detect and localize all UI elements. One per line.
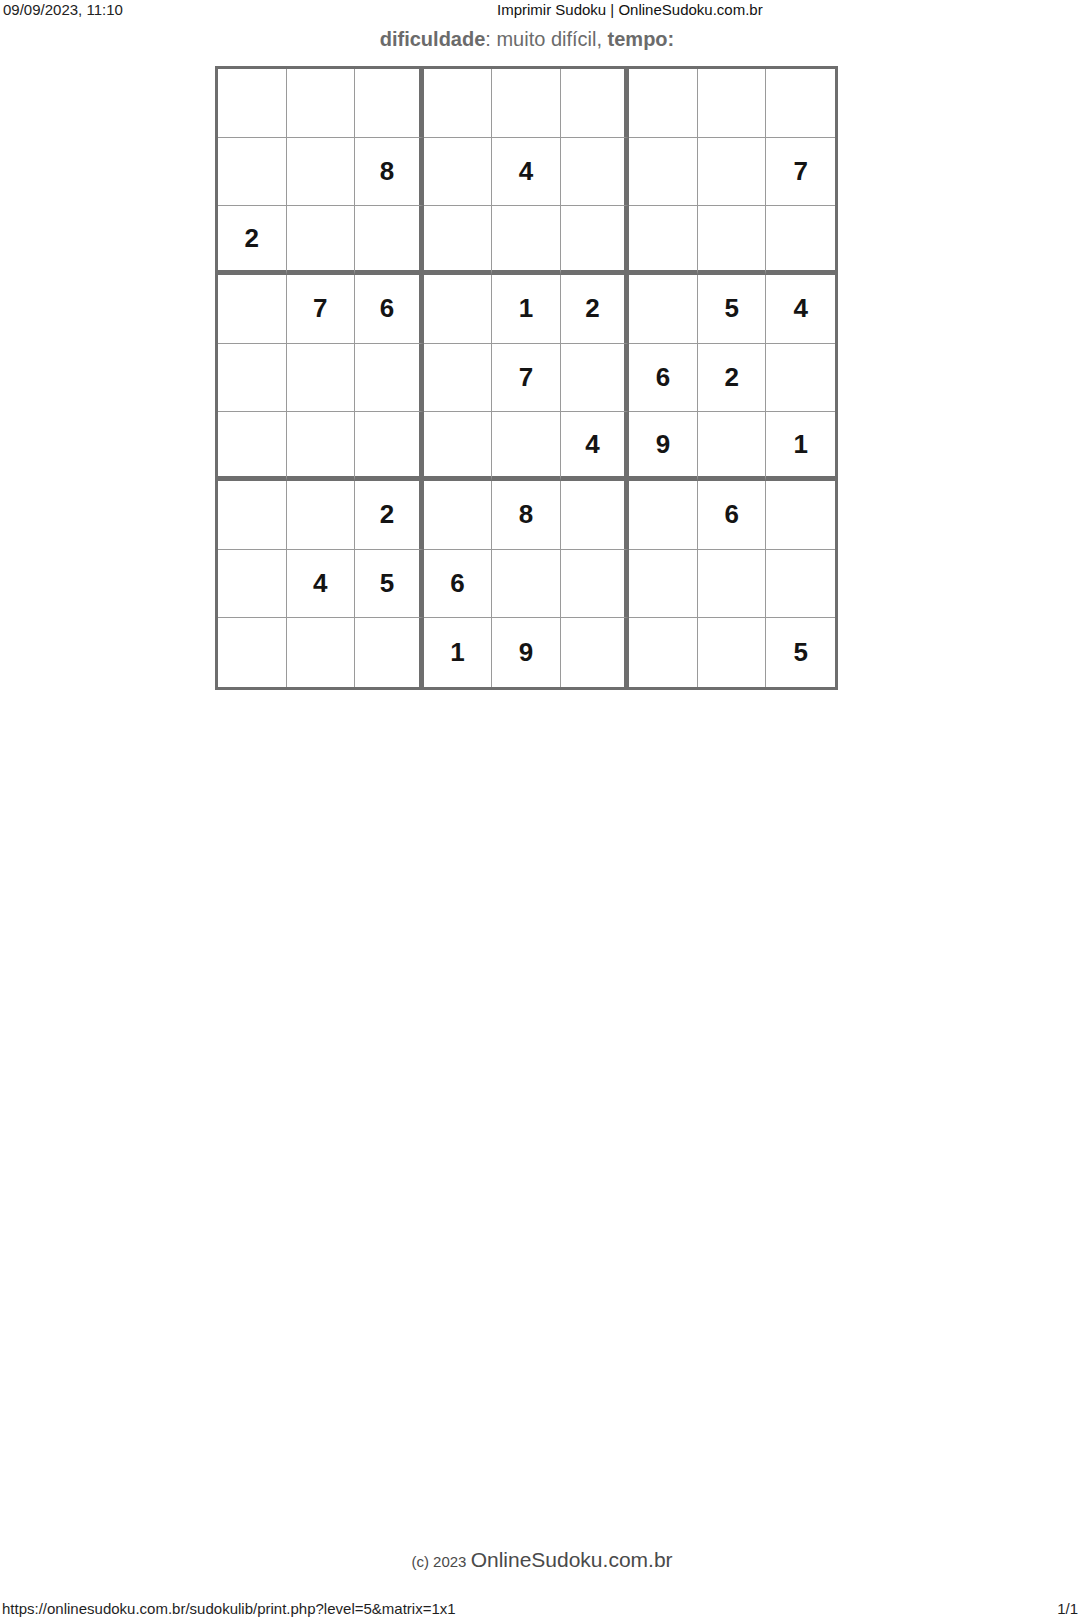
sudoku-cell-r3c6 [561, 206, 630, 275]
sudoku-cell-r8c9 [766, 550, 835, 619]
sudoku-cell-r8c2: 4 [287, 550, 356, 619]
sudoku-cell-r3c9 [766, 206, 835, 275]
sudoku-cell-r1c1 [218, 69, 287, 138]
sudoku-cell-r5c2 [287, 344, 356, 413]
sudoku-cell-r9c8 [698, 618, 767, 687]
sudoku-cell-r2c9: 7 [766, 138, 835, 207]
sudoku-cell-r7c5: 8 [492, 481, 561, 550]
sudoku-cell-r7c3: 2 [355, 481, 424, 550]
sudoku-cell-r9c4: 1 [424, 618, 493, 687]
sudoku-cell-r5c4 [424, 344, 493, 413]
sudoku-cell-r6c6: 4 [561, 412, 630, 481]
sudoku-cell-r3c2 [287, 206, 356, 275]
sudoku-cell-r9c7 [629, 618, 698, 687]
sudoku-cell-r2c4 [424, 138, 493, 207]
header-title: Imprimir Sudoku | OnlineSudoku.com.br [497, 1, 763, 18]
sudoku-cell-r9c6 [561, 618, 630, 687]
sudoku-cell-r6c8 [698, 412, 767, 481]
footer-copyright: (c) 2023 OnlineSudoku.com.br [411, 1548, 672, 1572]
sudoku-cell-r6c9: 1 [766, 412, 835, 481]
sudoku-cell-r7c7 [629, 481, 698, 550]
sudoku-cell-r9c3 [355, 618, 424, 687]
sudoku-cell-r3c1: 2 [218, 206, 287, 275]
sudoku-cell-r9c9: 5 [766, 618, 835, 687]
sudoku-cell-r6c5 [492, 412, 561, 481]
copyright-site: OnlineSudoku.com.br [471, 1548, 673, 1571]
sudoku-cell-r8c5 [492, 550, 561, 619]
time-label: tempo: [608, 28, 675, 50]
sudoku-cell-r8c6 [561, 550, 630, 619]
footer-url: https://onlinesudoku.com.br/sudokulib/pr… [2, 1600, 456, 1617]
sudoku-cell-r1c6 [561, 69, 630, 138]
sudoku-cell-r4c3: 6 [355, 275, 424, 344]
sudoku-cell-r8c1 [218, 550, 287, 619]
sudoku-cell-r1c8 [698, 69, 767, 138]
sudoku-cell-r3c5 [492, 206, 561, 275]
sudoku-cell-r1c7 [629, 69, 698, 138]
sudoku-cell-r3c7 [629, 206, 698, 275]
sudoku-cell-r3c4 [424, 206, 493, 275]
sudoku-cell-r6c2 [287, 412, 356, 481]
sudoku-cell-r3c3 [355, 206, 424, 275]
sudoku-cell-r1c9 [766, 69, 835, 138]
sudoku-cell-r1c4 [424, 69, 493, 138]
sudoku-cell-r4c1 [218, 275, 287, 344]
sudoku-cell-r1c5 [492, 69, 561, 138]
sudoku-cell-r4c5: 1 [492, 275, 561, 344]
sudoku-cell-r7c1 [218, 481, 287, 550]
sudoku-cell-r4c8: 5 [698, 275, 767, 344]
sudoku-cell-r8c4: 6 [424, 550, 493, 619]
difficulty-line: dificuldade: muito difícil, tempo: [380, 28, 675, 51]
sudoku-cell-r6c3 [355, 412, 424, 481]
sudoku-cell-r2c6 [561, 138, 630, 207]
sudoku-cell-r8c7 [629, 550, 698, 619]
sudoku-cell-r1c3 [355, 69, 424, 138]
sudoku-cell-r5c9 [766, 344, 835, 413]
sudoku-cell-r1c2 [287, 69, 356, 138]
sudoku-cell-r9c1 [218, 618, 287, 687]
sudoku-cell-r2c2 [287, 138, 356, 207]
sudoku-cell-r4c2: 7 [287, 275, 356, 344]
sudoku-cell-r5c3 [355, 344, 424, 413]
sudoku-cell-r8c3: 5 [355, 550, 424, 619]
copyright-prefix: (c) 2023 [411, 1553, 470, 1570]
sudoku-cell-r4c6: 2 [561, 275, 630, 344]
sudoku-cell-r4c9: 4 [766, 275, 835, 344]
sudoku-cell-r6c7: 9 [629, 412, 698, 481]
sudoku-cell-r4c7 [629, 275, 698, 344]
sudoku-cell-r9c5: 9 [492, 618, 561, 687]
sudoku-cell-r7c8: 6 [698, 481, 767, 550]
sudoku-cell-r4c4 [424, 275, 493, 344]
sudoku-cell-r2c1 [218, 138, 287, 207]
sudoku-cell-r7c9 [766, 481, 835, 550]
difficulty-value: : muito difícil, [485, 28, 607, 50]
sudoku-cell-r7c2 [287, 481, 356, 550]
difficulty-label: dificuldade [380, 28, 486, 50]
sudoku-cell-r2c3: 8 [355, 138, 424, 207]
sudoku-cell-r2c7 [629, 138, 698, 207]
sudoku-cell-r2c5: 4 [492, 138, 561, 207]
sudoku-cell-r5c7: 6 [629, 344, 698, 413]
page-number: 1/1 [1057, 1600, 1078, 1617]
print-page: 09/09/2023, 11:10 Imprimir Sudoku | Onli… [0, 0, 1084, 1624]
sudoku-cell-r5c1 [218, 344, 287, 413]
sudoku-cell-r2c8 [698, 138, 767, 207]
sudoku-cell-r5c5: 7 [492, 344, 561, 413]
sudoku-cell-r3c8 [698, 206, 767, 275]
sudoku-cell-r6c4 [424, 412, 493, 481]
sudoku-cell-r5c6 [561, 344, 630, 413]
sudoku-cell-r7c6 [561, 481, 630, 550]
sudoku-cell-r7c4 [424, 481, 493, 550]
sudoku-cell-r8c8 [698, 550, 767, 619]
sudoku-cell-r9c2 [287, 618, 356, 687]
sudoku-cell-r6c1 [218, 412, 287, 481]
sudoku-cell-r5c8: 2 [698, 344, 767, 413]
sudoku-grid: 8472761254762491286456195 [215, 66, 838, 690]
header-date: 09/09/2023, 11:10 [3, 1, 123, 18]
